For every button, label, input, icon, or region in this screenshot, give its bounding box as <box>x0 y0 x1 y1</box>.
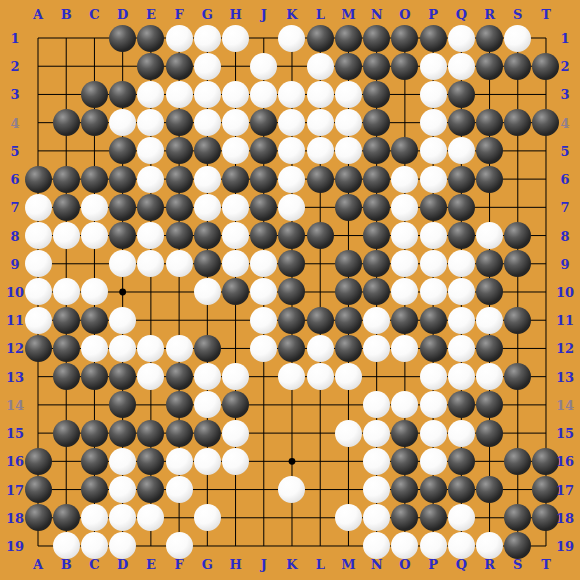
stone-white-P3 <box>420 81 447 108</box>
stone-white-N15 <box>363 420 390 447</box>
stone-black-M12 <box>335 335 362 362</box>
col-label-top-E: E <box>146 7 156 22</box>
stone-black-F7 <box>166 194 193 221</box>
stone-white-F1 <box>166 25 193 52</box>
stone-black-R17 <box>476 476 503 503</box>
stone-black-S11 <box>504 307 531 334</box>
col-label-top-H: H <box>229 7 241 22</box>
col-label-top-B: B <box>61 7 72 22</box>
stone-black-N2 <box>363 53 390 80</box>
stone-black-D3 <box>109 81 136 108</box>
stone-black-M11 <box>335 307 362 334</box>
row-label-left-13: 13 <box>6 369 24 384</box>
stone-white-J11 <box>250 307 277 334</box>
col-label-top-T: T <box>541 7 551 22</box>
stone-white-G7 <box>194 194 221 221</box>
stone-white-D11 <box>109 307 136 334</box>
row-label-right-7: 7 <box>560 200 569 215</box>
stone-white-H15 <box>222 420 249 447</box>
row-label-left-17: 17 <box>6 482 24 497</box>
stone-white-G18 <box>194 504 221 531</box>
row-label-right-6: 6 <box>560 172 569 187</box>
row-label-left-1: 1 <box>10 31 19 46</box>
stone-black-P1 <box>420 25 447 52</box>
row-label-right-19: 19 <box>556 538 574 553</box>
col-label-bottom-M: M <box>341 557 355 572</box>
stone-black-D7 <box>109 194 136 221</box>
row-label-right-10: 10 <box>556 284 574 299</box>
stone-black-Q3 <box>448 81 475 108</box>
stone-white-P8 <box>420 222 447 249</box>
stone-white-K6 <box>278 166 305 193</box>
stone-black-G9 <box>194 250 221 277</box>
stone-black-R1 <box>476 25 503 52</box>
stone-black-Q16 <box>448 448 475 475</box>
stone-black-E15 <box>137 420 164 447</box>
stone-white-Q12 <box>448 335 475 362</box>
stone-white-P16 <box>420 448 447 475</box>
row-label-right-15: 15 <box>556 426 574 441</box>
row-label-right-8: 8 <box>560 228 569 243</box>
col-label-bottom-L: L <box>316 557 325 572</box>
row-label-left-7: 7 <box>10 200 19 215</box>
stone-white-P2 <box>420 53 447 80</box>
stone-white-F19 <box>166 532 193 559</box>
stone-white-G4 <box>194 109 221 136</box>
stone-white-G16 <box>194 448 221 475</box>
stone-black-C17 <box>81 476 108 503</box>
stone-black-D8 <box>109 222 136 249</box>
stone-black-M1 <box>335 25 362 52</box>
stone-black-A6 <box>25 166 52 193</box>
stone-black-L6 <box>307 166 334 193</box>
col-label-top-L: L <box>316 7 325 22</box>
col-label-bottom-K: K <box>286 557 297 572</box>
stone-black-M9 <box>335 250 362 277</box>
stone-white-P13 <box>420 363 447 390</box>
stone-black-F15 <box>166 420 193 447</box>
stone-white-S1 <box>504 25 531 52</box>
stone-black-F13 <box>166 363 193 390</box>
stone-black-B13 <box>53 363 80 390</box>
stone-white-A8 <box>25 222 52 249</box>
row-label-left-9: 9 <box>10 256 19 271</box>
stone-black-B18 <box>53 504 80 531</box>
stone-black-B6 <box>53 166 80 193</box>
stone-white-H16 <box>222 448 249 475</box>
row-label-left-16: 16 <box>6 454 24 469</box>
stone-black-N7 <box>363 194 390 221</box>
col-label-bottom-O: O <box>399 557 410 572</box>
stone-white-M4 <box>335 109 362 136</box>
col-label-bottom-B: B <box>61 557 72 572</box>
col-label-bottom-H: H <box>229 557 241 572</box>
stone-black-G12 <box>194 335 221 362</box>
stone-white-L3 <box>307 81 334 108</box>
row-label-right-16: 16 <box>556 454 574 469</box>
stone-white-C18 <box>81 504 108 531</box>
row-label-right-14: 14 <box>556 397 574 412</box>
stone-black-R4 <box>476 109 503 136</box>
row-label-left-6: 6 <box>10 172 19 187</box>
stone-black-B15 <box>53 420 80 447</box>
stone-white-C12 <box>81 335 108 362</box>
stone-white-Q9 <box>448 250 475 277</box>
col-label-bottom-E: E <box>146 557 156 572</box>
stone-white-O6 <box>391 166 418 193</box>
stone-black-Q7 <box>448 194 475 221</box>
stone-black-Q6 <box>448 166 475 193</box>
row-label-left-3: 3 <box>10 87 19 102</box>
col-label-top-Q: Q <box>456 7 467 22</box>
stone-white-H4 <box>222 109 249 136</box>
row-label-right-3: 3 <box>560 87 569 102</box>
stone-white-H8 <box>222 222 249 249</box>
row-label-left-10: 10 <box>6 284 24 299</box>
row-label-left-18: 18 <box>6 510 24 525</box>
stone-black-M2 <box>335 53 362 80</box>
stone-black-R15 <box>476 420 503 447</box>
stone-black-D15 <box>109 420 136 447</box>
stone-white-A9 <box>25 250 52 277</box>
col-label-top-D: D <box>117 7 128 22</box>
stone-black-C11 <box>81 307 108 334</box>
row-label-left-11: 11 <box>6 313 24 328</box>
stone-white-Q13 <box>448 363 475 390</box>
col-label-top-R: R <box>484 7 495 22</box>
stone-black-Q17 <box>448 476 475 503</box>
row-label-left-19: 19 <box>6 538 24 553</box>
row-label-right-5: 5 <box>560 143 569 158</box>
stone-black-D1 <box>109 25 136 52</box>
stone-white-P4 <box>420 109 447 136</box>
stone-white-O7 <box>391 194 418 221</box>
row-label-right-9: 9 <box>560 256 569 271</box>
stone-white-L2 <box>307 53 334 80</box>
stone-white-J2 <box>250 53 277 80</box>
stone-black-R6 <box>476 166 503 193</box>
stone-black-L8 <box>307 222 334 249</box>
stone-white-Q18 <box>448 504 475 531</box>
stone-black-J6 <box>250 166 277 193</box>
stone-black-N3 <box>363 81 390 108</box>
stone-white-Q5 <box>448 137 475 164</box>
stone-white-H13 <box>222 363 249 390</box>
stone-black-C16 <box>81 448 108 475</box>
col-label-bottom-G: G <box>202 557 213 572</box>
stone-white-H7 <box>222 194 249 221</box>
stone-white-Q15 <box>448 420 475 447</box>
stone-black-S2 <box>504 53 531 80</box>
row-label-left-5: 5 <box>10 143 19 158</box>
col-label-top-M: M <box>341 7 355 22</box>
stone-black-F6 <box>166 166 193 193</box>
stone-white-G6 <box>194 166 221 193</box>
stone-black-O15 <box>391 420 418 447</box>
stone-white-D16 <box>109 448 136 475</box>
stone-black-A12 <box>25 335 52 362</box>
stone-white-P15 <box>420 420 447 447</box>
stone-black-A17 <box>25 476 52 503</box>
stone-black-C15 <box>81 420 108 447</box>
stone-black-O2 <box>391 53 418 80</box>
star-point-D10 <box>119 289 126 296</box>
stone-black-F8 <box>166 222 193 249</box>
stone-black-M6 <box>335 166 362 193</box>
stone-white-N11 <box>363 307 390 334</box>
stone-white-R13 <box>476 363 503 390</box>
stone-white-L5 <box>307 137 334 164</box>
stone-white-F16 <box>166 448 193 475</box>
stone-black-J7 <box>250 194 277 221</box>
stone-black-A18 <box>25 504 52 531</box>
stone-white-K1 <box>278 25 305 52</box>
stone-white-J3 <box>250 81 277 108</box>
col-label-top-A: A <box>33 7 43 22</box>
stone-white-P6 <box>420 166 447 193</box>
stone-white-E6 <box>137 166 164 193</box>
stone-black-O11 <box>391 307 418 334</box>
stone-black-Q4 <box>448 109 475 136</box>
row-label-right-17: 17 <box>556 482 574 497</box>
col-label-bottom-D: D <box>117 557 128 572</box>
col-label-top-J: J <box>261 7 267 22</box>
stone-black-S16 <box>504 448 531 475</box>
stone-white-G2 <box>194 53 221 80</box>
stone-black-P11 <box>420 307 447 334</box>
stone-black-E1 <box>137 25 164 52</box>
stone-white-G13 <box>194 363 221 390</box>
col-label-top-G: G <box>202 7 213 22</box>
col-label-top-C: C <box>89 7 99 22</box>
stone-black-C3 <box>81 81 108 108</box>
stone-black-P12 <box>420 335 447 362</box>
stone-white-D17 <box>109 476 136 503</box>
stone-black-E16 <box>137 448 164 475</box>
stone-white-G14 <box>194 391 221 418</box>
stone-black-E7 <box>137 194 164 221</box>
stone-white-F17 <box>166 476 193 503</box>
stone-black-G8 <box>194 222 221 249</box>
stone-black-P18 <box>420 504 447 531</box>
stone-white-P19 <box>420 532 447 559</box>
col-label-top-K: K <box>286 7 297 22</box>
col-label-bottom-T: T <box>541 557 551 572</box>
stone-white-F9 <box>166 250 193 277</box>
row-label-left-4: 4 <box>10 115 19 130</box>
row-label-right-1: 1 <box>560 31 569 46</box>
stone-black-O1 <box>391 25 418 52</box>
row-label-right-18: 18 <box>556 510 574 525</box>
stone-black-F14 <box>166 391 193 418</box>
stone-white-G3 <box>194 81 221 108</box>
stone-white-C8 <box>81 222 108 249</box>
col-label-bottom-A: A <box>33 557 43 572</box>
stone-black-Q14 <box>448 391 475 418</box>
stone-white-N16 <box>363 448 390 475</box>
row-label-left-8: 8 <box>10 228 19 243</box>
stone-black-H6 <box>222 166 249 193</box>
col-label-top-F: F <box>174 7 183 22</box>
stone-black-P7 <box>420 194 447 221</box>
stone-black-R12 <box>476 335 503 362</box>
stone-black-R2 <box>476 53 503 80</box>
stone-black-C6 <box>81 166 108 193</box>
stone-black-N6 <box>363 166 390 193</box>
stone-white-G1 <box>194 25 221 52</box>
star-point-K16 <box>289 458 296 465</box>
stone-black-C4 <box>81 109 108 136</box>
stone-black-B4 <box>53 109 80 136</box>
stone-white-H1 <box>222 25 249 52</box>
row-label-left-15: 15 <box>6 426 24 441</box>
row-label-right-11: 11 <box>556 313 574 328</box>
stone-black-F2 <box>166 53 193 80</box>
col-label-bottom-Q: Q <box>456 557 467 572</box>
stone-black-O16 <box>391 448 418 475</box>
stone-white-P9 <box>420 250 447 277</box>
stone-black-C13 <box>81 363 108 390</box>
col-label-top-N: N <box>371 7 383 22</box>
stone-white-L12 <box>307 335 334 362</box>
stone-white-M18 <box>335 504 362 531</box>
stone-white-L4 <box>307 109 334 136</box>
stone-black-F5 <box>166 137 193 164</box>
stone-black-G5 <box>194 137 221 164</box>
stone-black-N1 <box>363 25 390 52</box>
stone-white-R11 <box>476 307 503 334</box>
stone-white-A11 <box>25 307 52 334</box>
stone-white-P10 <box>420 278 447 305</box>
stone-white-R8 <box>476 222 503 249</box>
col-label-bottom-N: N <box>371 557 383 572</box>
col-label-top-S: S <box>513 7 522 22</box>
stone-black-E2 <box>137 53 164 80</box>
stone-black-M7 <box>335 194 362 221</box>
row-label-left-2: 2 <box>10 59 19 74</box>
row-label-left-14: 14 <box>6 397 24 412</box>
row-label-right-12: 12 <box>556 341 574 356</box>
stone-white-P14 <box>420 391 447 418</box>
row-label-right-13: 13 <box>556 369 574 384</box>
stone-white-C7 <box>81 194 108 221</box>
stone-white-N12 <box>363 335 390 362</box>
stone-black-F4 <box>166 109 193 136</box>
stone-white-Q2 <box>448 53 475 80</box>
stone-white-P5 <box>420 137 447 164</box>
stone-black-G15 <box>194 420 221 447</box>
col-label-bottom-S: S <box>513 557 522 572</box>
col-label-bottom-P: P <box>428 557 438 572</box>
stone-white-M13 <box>335 363 362 390</box>
col-label-bottom-F: F <box>174 557 183 572</box>
row-label-right-4: 4 <box>560 115 569 130</box>
stone-white-Q1 <box>448 25 475 52</box>
col-label-top-P: P <box>428 7 438 22</box>
stone-white-M15 <box>335 420 362 447</box>
stone-black-A16 <box>25 448 52 475</box>
stone-white-F3 <box>166 81 193 108</box>
stone-white-D12 <box>109 335 136 362</box>
stone-black-D6 <box>109 166 136 193</box>
go-board[interactable]: AABBCCDDEEFFGGHHJJKKLLMMNNOOPPQQRRSSTT11… <box>0 0 580 580</box>
stone-white-L13 <box>307 363 334 390</box>
stone-white-A10 <box>25 278 52 305</box>
stone-white-A7 <box>25 194 52 221</box>
row-label-right-2: 2 <box>560 59 569 74</box>
row-label-left-12: 12 <box>6 341 24 356</box>
stone-black-Q8 <box>448 222 475 249</box>
stone-white-J12 <box>250 335 277 362</box>
col-label-bottom-J: J <box>261 557 267 572</box>
stone-black-L11 <box>307 307 334 334</box>
col-label-bottom-C: C <box>89 557 99 572</box>
stone-white-F12 <box>166 335 193 362</box>
stone-black-N8 <box>363 222 390 249</box>
stone-white-Q11 <box>448 307 475 334</box>
stone-white-N17 <box>363 476 390 503</box>
stone-black-L1 <box>307 25 334 52</box>
stone-white-M3 <box>335 81 362 108</box>
stone-black-B12 <box>53 335 80 362</box>
stone-white-B8 <box>53 222 80 249</box>
col-label-bottom-R: R <box>484 557 495 572</box>
stone-white-H3 <box>222 81 249 108</box>
col-label-top-O: O <box>399 7 410 22</box>
stone-black-B11 <box>53 307 80 334</box>
stone-black-P17 <box>420 476 447 503</box>
stone-black-B7 <box>53 194 80 221</box>
